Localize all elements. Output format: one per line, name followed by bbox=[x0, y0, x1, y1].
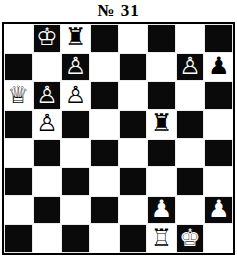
black-pawn-icon: ♟ bbox=[208, 54, 230, 78]
square-d1[interactable] bbox=[90, 224, 119, 253]
square-g5[interactable] bbox=[176, 110, 205, 139]
square-c3[interactable] bbox=[61, 167, 90, 196]
square-a4[interactable] bbox=[4, 139, 33, 168]
square-d7[interactable] bbox=[90, 53, 119, 82]
puzzle-page: № 31 ♔♜♙♙♟♕♙♙♙♜♟♟♖♚ bbox=[0, 0, 237, 261]
square-b7[interactable] bbox=[33, 53, 62, 82]
square-b5[interactable]: ♙ bbox=[33, 110, 62, 139]
square-f2[interactable]: ♟ bbox=[147, 196, 176, 225]
square-e5[interactable] bbox=[119, 110, 148, 139]
square-a5[interactable] bbox=[4, 110, 33, 139]
square-e1[interactable] bbox=[119, 224, 148, 253]
square-a7[interactable] bbox=[4, 53, 33, 82]
square-a3[interactable] bbox=[4, 167, 33, 196]
chess-board: ♔♜♙♙♟♕♙♙♙♜♟♟♖♚ bbox=[2, 22, 235, 255]
square-a2[interactable] bbox=[4, 196, 33, 225]
square-b3[interactable] bbox=[33, 167, 62, 196]
square-h4[interactable] bbox=[204, 139, 233, 168]
square-g2[interactable] bbox=[176, 196, 205, 225]
square-f3[interactable] bbox=[147, 167, 176, 196]
square-e6[interactable] bbox=[119, 81, 148, 110]
black-rook-icon: ♜ bbox=[151, 111, 173, 135]
square-h2[interactable]: ♟ bbox=[204, 196, 233, 225]
square-e8[interactable] bbox=[119, 24, 148, 53]
square-f4[interactable] bbox=[147, 139, 176, 168]
square-b8[interactable]: ♔ bbox=[33, 24, 62, 53]
square-a1[interactable] bbox=[4, 224, 33, 253]
white-pawn-icon: ♙ bbox=[65, 83, 87, 107]
square-d4[interactable] bbox=[90, 139, 119, 168]
square-b6[interactable]: ♙ bbox=[33, 81, 62, 110]
white-king-icon: ♚ bbox=[179, 226, 201, 250]
white-pawn-icon: ♟ bbox=[208, 197, 230, 221]
square-a8[interactable] bbox=[4, 24, 33, 53]
square-f1[interactable]: ♖ bbox=[147, 224, 176, 253]
square-f5[interactable]: ♜ bbox=[147, 110, 176, 139]
square-g8[interactable] bbox=[176, 24, 205, 53]
square-c2[interactable] bbox=[61, 196, 90, 225]
square-g4[interactable] bbox=[176, 139, 205, 168]
white-pawn-icon: ♙ bbox=[36, 111, 58, 135]
square-e2[interactable] bbox=[119, 196, 148, 225]
puzzle-number-title: № 31 bbox=[0, 0, 237, 21]
square-e3[interactable] bbox=[119, 167, 148, 196]
square-h3[interactable] bbox=[204, 167, 233, 196]
black-king-icon: ♔ bbox=[36, 25, 58, 49]
square-e4[interactable] bbox=[119, 139, 148, 168]
black-pawn-icon: ♙ bbox=[65, 54, 87, 78]
square-d6[interactable] bbox=[90, 81, 119, 110]
square-c5[interactable] bbox=[61, 110, 90, 139]
square-c6[interactable]: ♙ bbox=[61, 81, 90, 110]
square-h8[interactable] bbox=[204, 24, 233, 53]
white-pawn-icon: ♟ bbox=[151, 197, 173, 221]
square-b2[interactable] bbox=[33, 196, 62, 225]
square-h7[interactable]: ♟ bbox=[204, 53, 233, 82]
white-queen-icon: ♕ bbox=[8, 83, 30, 107]
square-h5[interactable] bbox=[204, 110, 233, 139]
square-h6[interactable] bbox=[204, 81, 233, 110]
black-pawn-icon: ♙ bbox=[179, 54, 201, 78]
square-f8[interactable] bbox=[147, 24, 176, 53]
square-d8[interactable] bbox=[90, 24, 119, 53]
square-c1[interactable] bbox=[61, 224, 90, 253]
square-d2[interactable] bbox=[90, 196, 119, 225]
square-g1[interactable]: ♚ bbox=[176, 224, 205, 253]
white-rook-icon: ♖ bbox=[151, 226, 173, 250]
square-b1[interactable] bbox=[33, 224, 62, 253]
square-h1[interactable] bbox=[204, 224, 233, 253]
square-c8[interactable]: ♜ bbox=[61, 24, 90, 53]
square-b4[interactable] bbox=[33, 139, 62, 168]
square-c4[interactable] bbox=[61, 139, 90, 168]
black-rook-icon: ♜ bbox=[65, 25, 87, 49]
square-d5[interactable] bbox=[90, 110, 119, 139]
square-d3[interactable] bbox=[90, 167, 119, 196]
square-g3[interactable] bbox=[176, 167, 205, 196]
square-g6[interactable] bbox=[176, 81, 205, 110]
square-e7[interactable] bbox=[119, 53, 148, 82]
black-pawn-icon: ♙ bbox=[36, 83, 58, 107]
square-c7[interactable]: ♙ bbox=[61, 53, 90, 82]
square-g7[interactable]: ♙ bbox=[176, 53, 205, 82]
square-f7[interactable] bbox=[147, 53, 176, 82]
square-a6[interactable]: ♕ bbox=[4, 81, 33, 110]
square-f6[interactable] bbox=[147, 81, 176, 110]
